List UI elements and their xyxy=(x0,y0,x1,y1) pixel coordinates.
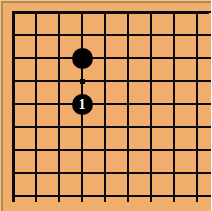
intersection-c5r9 xyxy=(94,185,117,208)
intersection-c3r3 xyxy=(48,47,71,70)
intersection-c4r7 xyxy=(71,139,94,162)
intersection-c1r4 xyxy=(2,70,25,93)
intersection-c6r5 xyxy=(117,93,140,116)
go-diagram: 1 xyxy=(0,0,211,211)
intersection-c8r3 xyxy=(163,47,186,70)
intersection-c8r7 xyxy=(163,139,186,162)
intersection-c4r6 xyxy=(71,116,94,139)
intersection-c2r2 xyxy=(25,24,48,47)
intersection-c3r9 xyxy=(48,185,71,208)
intersection-c9r6 xyxy=(186,116,209,139)
image-bevel-top-highlight xyxy=(0,0,211,1)
intersection-c3r6 xyxy=(48,116,71,139)
intersection-c9r3 xyxy=(186,47,209,70)
intersection-c4r2 xyxy=(71,24,94,47)
intersection-c2r8 xyxy=(25,162,48,185)
intersection-c1r2 xyxy=(2,24,25,47)
intersection-c1r3 xyxy=(2,47,25,70)
intersection-c8r9 xyxy=(163,185,186,208)
intersection-c6r9 xyxy=(117,185,140,208)
intersection-c8r6 xyxy=(163,116,186,139)
gridline-extension-right xyxy=(209,11,212,198)
intersection-c6r4 xyxy=(117,70,140,93)
intersection-c3r7 xyxy=(48,139,71,162)
intersection-c7r9 xyxy=(140,185,163,208)
intersection-c8r1 xyxy=(163,1,186,24)
intersection-c8r8 xyxy=(163,162,186,185)
intersection-c6r3 xyxy=(117,47,140,70)
intersection-c1r1 xyxy=(2,1,25,24)
intersection-c7r2 xyxy=(140,24,163,47)
go-board: 1 xyxy=(2,1,209,208)
image-bevel-left-highlight xyxy=(0,0,1,211)
intersection-c9r7 xyxy=(186,139,209,162)
intersection-c2r5 xyxy=(25,93,48,116)
intersection-c9r8 xyxy=(186,162,209,185)
intersection-c9r5 xyxy=(186,93,209,116)
intersection-c9r2 xyxy=(186,24,209,47)
intersection-c2r4 xyxy=(25,70,48,93)
intersection-c1r5 xyxy=(2,93,25,116)
intersection-c4r9 xyxy=(71,185,94,208)
intersection-c6r6 xyxy=(117,116,140,139)
intersection-c7r8 xyxy=(140,162,163,185)
intersection-c6r8 xyxy=(117,162,140,185)
intersection-c1r6 xyxy=(2,116,25,139)
intersection-c4r3 xyxy=(71,47,94,70)
intersection-c9r1 xyxy=(186,1,209,24)
intersection-c8r4 xyxy=(163,70,186,93)
intersection-c4r4 xyxy=(71,70,94,93)
intersection-c3r4 xyxy=(48,70,71,93)
intersection-c6r1 xyxy=(117,1,140,24)
intersection-c6r7 xyxy=(117,139,140,162)
intersection-c5r5 xyxy=(94,93,117,116)
intersection-c2r9 xyxy=(25,185,48,208)
intersection-c5r7 xyxy=(94,139,117,162)
intersection-c8r5 xyxy=(163,93,186,116)
intersection-c3r8 xyxy=(48,162,71,185)
intersection-c3r1 xyxy=(48,1,71,24)
intersection-c7r4 xyxy=(140,70,163,93)
intersection-c7r3 xyxy=(140,47,163,70)
intersection-c2r3 xyxy=(25,47,48,70)
intersection-c4r1 xyxy=(71,1,94,24)
intersection-c5r6 xyxy=(94,116,117,139)
intersection-c7r6 xyxy=(140,116,163,139)
intersection-c4r8 xyxy=(71,162,94,185)
intersection-c8r2 xyxy=(163,24,186,47)
move-1-stone: 1 xyxy=(72,94,93,115)
intersection-c3r5 xyxy=(48,93,71,116)
intersection-c2r7 xyxy=(25,139,48,162)
intersection-c2r6 xyxy=(25,116,48,139)
intersection-c4r5: 1 xyxy=(71,93,94,116)
intersection-c5r4 xyxy=(94,70,117,93)
intersection-c5r8 xyxy=(94,162,117,185)
intersection-c7r5 xyxy=(140,93,163,116)
intersection-c1r8 xyxy=(2,162,25,185)
intersection-c9r4 xyxy=(186,70,209,93)
intersection-c6r2 xyxy=(117,24,140,47)
intersection-c5r2 xyxy=(94,24,117,47)
intersection-c7r7 xyxy=(140,139,163,162)
image-bevel-top-shadow xyxy=(1,1,211,3)
black-stone xyxy=(72,48,93,69)
intersection-c5r1 xyxy=(94,1,117,24)
intersection-c9r9 xyxy=(186,185,209,208)
image-bevel-left-shadow xyxy=(1,1,3,211)
intersection-c1r9 xyxy=(2,185,25,208)
intersection-c5r3 xyxy=(94,47,117,70)
intersection-c1r7 xyxy=(2,139,25,162)
intersection-c2r1 xyxy=(25,1,48,24)
intersection-c3r2 xyxy=(48,24,71,47)
intersection-c7r1 xyxy=(140,1,163,24)
star-point xyxy=(80,79,85,84)
